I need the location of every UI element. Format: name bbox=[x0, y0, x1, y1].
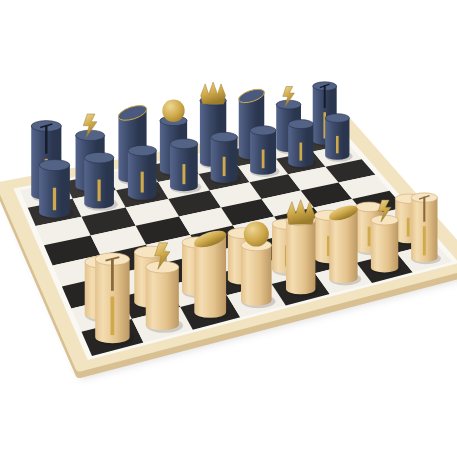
gold-ball bbox=[162, 100, 184, 122]
piece-wood-king-e1[interactable] bbox=[286, 200, 319, 297]
piece-navy-pawn-f7[interactable] bbox=[250, 126, 279, 177]
gold-ball bbox=[244, 222, 269, 247]
piece-wood-rook-h1[interactable] bbox=[411, 193, 441, 264]
piece-navy-pawn-b7[interactable] bbox=[84, 152, 117, 210]
piece-wood-bishop-c1[interactable] bbox=[192, 227, 230, 320]
piece-wood-rook-a1[interactable] bbox=[95, 253, 134, 346]
chess-set-product-photo bbox=[0, 0, 457, 457]
piece-navy-pawn-c7[interactable] bbox=[128, 145, 160, 202]
chessboard bbox=[0, 0, 457, 457]
piece-navy-pawn-a7[interactable] bbox=[39, 160, 74, 221]
piece-navy-pawn-h7[interactable] bbox=[325, 114, 352, 162]
piece-wood-bishop-f1[interactable] bbox=[327, 202, 361, 285]
gold-crown bbox=[287, 200, 314, 225]
piece-navy-pawn-d7[interactable] bbox=[170, 139, 201, 194]
gold-crown bbox=[201, 82, 226, 104]
piece-navy-pawn-g7[interactable] bbox=[288, 120, 316, 170]
piece-navy-pawn-e7[interactable] bbox=[211, 132, 241, 185]
